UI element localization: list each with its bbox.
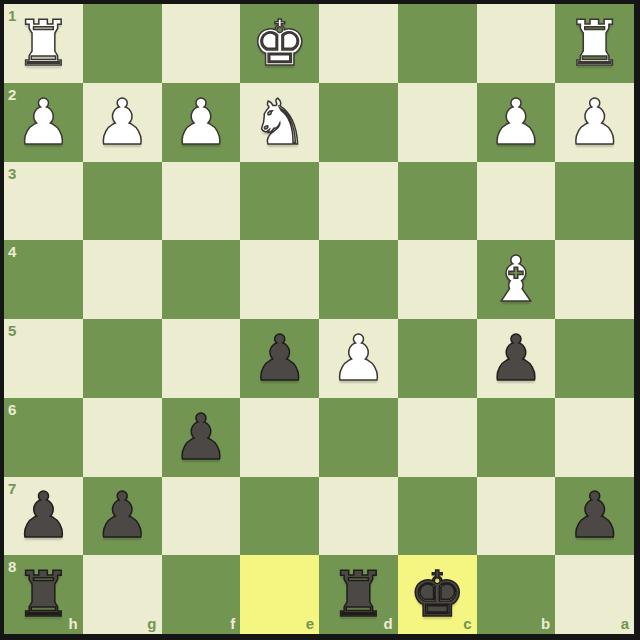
square-g8[interactable]: g bbox=[83, 555, 162, 634]
square-h2[interactable]: 2♟ bbox=[4, 83, 83, 162]
square-a8[interactable]: a bbox=[555, 555, 634, 634]
square-d5[interactable]: ♟ bbox=[319, 319, 398, 398]
white-pawn-a2[interactable]: ♟ bbox=[555, 83, 634, 162]
white-bishop-b4[interactable]: ♝ bbox=[477, 240, 556, 319]
rank-label-4: 4 bbox=[8, 244, 16, 259]
square-g5[interactable] bbox=[83, 319, 162, 398]
file-label-f: f bbox=[230, 616, 235, 631]
square-a2[interactable]: ♟ bbox=[555, 83, 634, 162]
rank-label-6: 6 bbox=[8, 402, 16, 417]
file-label-g: g bbox=[147, 616, 156, 631]
square-d3[interactable] bbox=[319, 162, 398, 241]
square-f5[interactable] bbox=[162, 319, 241, 398]
square-c2[interactable] bbox=[398, 83, 477, 162]
square-d7[interactable] bbox=[319, 477, 398, 556]
square-e1[interactable]: ♚ bbox=[240, 4, 319, 83]
square-g6[interactable] bbox=[83, 398, 162, 477]
square-c1[interactable] bbox=[398, 4, 477, 83]
square-d2[interactable] bbox=[319, 83, 398, 162]
square-g2[interactable]: ♟ bbox=[83, 83, 162, 162]
square-h5[interactable]: 5 bbox=[4, 319, 83, 398]
white-pawn-f2[interactable]: ♟ bbox=[162, 83, 241, 162]
square-b6[interactable] bbox=[477, 398, 556, 477]
square-c3[interactable] bbox=[398, 162, 477, 241]
square-g7[interactable]: ♟ bbox=[83, 477, 162, 556]
square-c7[interactable] bbox=[398, 477, 477, 556]
square-f6[interactable]: ♟ bbox=[162, 398, 241, 477]
square-h1[interactable]: 1♜ bbox=[4, 4, 83, 83]
square-f3[interactable] bbox=[162, 162, 241, 241]
square-e7[interactable] bbox=[240, 477, 319, 556]
black-pawn-b5[interactable]: ♟ bbox=[477, 319, 556, 398]
rank-label-3: 3 bbox=[8, 166, 16, 181]
square-g4[interactable] bbox=[83, 240, 162, 319]
square-c4[interactable] bbox=[398, 240, 477, 319]
square-b5[interactable]: ♟ bbox=[477, 319, 556, 398]
square-d1[interactable] bbox=[319, 4, 398, 83]
white-pawn-b2[interactable]: ♟ bbox=[477, 83, 556, 162]
square-e3[interactable] bbox=[240, 162, 319, 241]
square-b3[interactable] bbox=[477, 162, 556, 241]
square-h6[interactable]: 6 bbox=[4, 398, 83, 477]
chess-board[interactable]: 1♜♚♜2♟♟♟♞♟♟34♝5♟♟♟6♟7♟♟♟8h♜gfed♜c♚ba bbox=[4, 4, 634, 634]
black-pawn-h7[interactable]: ♟ bbox=[4, 477, 83, 556]
white-king-e1[interactable]: ♚ bbox=[240, 4, 319, 83]
square-b1[interactable] bbox=[477, 4, 556, 83]
square-f1[interactable] bbox=[162, 4, 241, 83]
square-b8[interactable]: b bbox=[477, 555, 556, 634]
square-b7[interactable] bbox=[477, 477, 556, 556]
square-e2[interactable]: ♞ bbox=[240, 83, 319, 162]
file-label-a: a bbox=[621, 616, 629, 631]
square-g1[interactable] bbox=[83, 4, 162, 83]
square-e5[interactable]: ♟ bbox=[240, 319, 319, 398]
square-e6[interactable] bbox=[240, 398, 319, 477]
white-knight-e2[interactable]: ♞ bbox=[240, 83, 319, 162]
square-a6[interactable] bbox=[555, 398, 634, 477]
white-rook-a1[interactable]: ♜ bbox=[555, 4, 634, 83]
white-rook-h1[interactable]: ♜ bbox=[4, 4, 83, 83]
square-h3[interactable]: 3 bbox=[4, 162, 83, 241]
square-c5[interactable] bbox=[398, 319, 477, 398]
square-f8[interactable]: f bbox=[162, 555, 241, 634]
square-f7[interactable] bbox=[162, 477, 241, 556]
square-a1[interactable]: ♜ bbox=[555, 4, 634, 83]
white-pawn-h2[interactable]: ♟ bbox=[4, 83, 83, 162]
square-e4[interactable] bbox=[240, 240, 319, 319]
file-label-b: b bbox=[541, 616, 550, 631]
square-h7[interactable]: 7♟ bbox=[4, 477, 83, 556]
square-g3[interactable] bbox=[83, 162, 162, 241]
square-d6[interactable] bbox=[319, 398, 398, 477]
black-rook-h8[interactable]: ♜ bbox=[4, 555, 83, 634]
rank-label-5: 5 bbox=[8, 323, 16, 338]
square-d8[interactable]: d♜ bbox=[319, 555, 398, 634]
square-e8[interactable]: e bbox=[240, 555, 319, 634]
square-a5[interactable] bbox=[555, 319, 634, 398]
square-a3[interactable] bbox=[555, 162, 634, 241]
black-pawn-f6[interactable]: ♟ bbox=[162, 398, 241, 477]
square-b2[interactable]: ♟ bbox=[477, 83, 556, 162]
square-h8[interactable]: 8h♜ bbox=[4, 555, 83, 634]
square-f2[interactable]: ♟ bbox=[162, 83, 241, 162]
black-rook-d8[interactable]: ♜ bbox=[319, 555, 398, 634]
square-d4[interactable] bbox=[319, 240, 398, 319]
file-label-e: e bbox=[306, 616, 314, 631]
square-f4[interactable] bbox=[162, 240, 241, 319]
white-pawn-d5[interactable]: ♟ bbox=[319, 319, 398, 398]
square-h4[interactable]: 4 bbox=[4, 240, 83, 319]
square-b4[interactable]: ♝ bbox=[477, 240, 556, 319]
black-king-c8[interactable]: ♚ bbox=[398, 555, 477, 634]
square-c6[interactable] bbox=[398, 398, 477, 477]
white-pawn-g2[interactable]: ♟ bbox=[83, 83, 162, 162]
black-pawn-g7[interactable]: ♟ bbox=[83, 477, 162, 556]
square-a4[interactable] bbox=[555, 240, 634, 319]
black-pawn-a7[interactable]: ♟ bbox=[555, 477, 634, 556]
square-c8[interactable]: c♚ bbox=[398, 555, 477, 634]
square-a7[interactable]: ♟ bbox=[555, 477, 634, 556]
black-pawn-e5[interactable]: ♟ bbox=[240, 319, 319, 398]
